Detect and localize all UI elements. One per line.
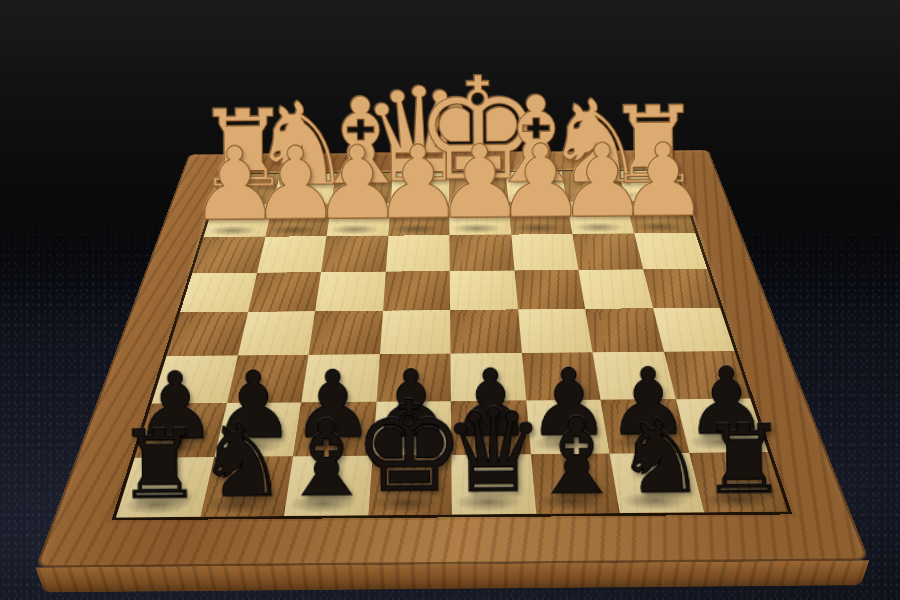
square-c5[interactable] xyxy=(309,311,383,355)
black-rook[interactable]: ♜ xyxy=(116,418,201,513)
chess-board: ♜♞♝♛♚♝♞♜♟♟♟♟♟♟♟♟♟♟♟♟♟♟♟♟♜♞♝♚♛♝♞♜ xyxy=(35,150,869,568)
square-f8[interactable]: ♝ xyxy=(530,453,619,514)
square-b4[interactable] xyxy=(248,272,321,312)
square-e5[interactable] xyxy=(450,309,521,353)
black-bishop[interactable]: ♝ xyxy=(529,403,624,509)
square-g4[interactable] xyxy=(578,269,652,309)
square-b3[interactable] xyxy=(257,236,327,272)
board-squares: ♜♞♝♛♚♝♞♜♟♟♟♟♟♟♟♟♟♟♟♟♟♟♟♟♜♞♝♚♛♝♞♜ xyxy=(116,171,788,518)
square-d5[interactable] xyxy=(379,310,450,354)
black-knight[interactable]: ♞ xyxy=(614,406,706,508)
square-f4[interactable] xyxy=(514,270,585,310)
white-pawn[interactable]: ♟ xyxy=(618,130,709,232)
square-e8[interactable]: ♛ xyxy=(451,454,535,515)
square-h3[interactable] xyxy=(634,233,707,269)
square-a5[interactable] xyxy=(167,312,248,356)
square-g3[interactable] xyxy=(572,234,642,270)
square-f5[interactable] xyxy=(518,309,593,353)
square-g8[interactable]: ♞ xyxy=(610,453,704,514)
square-a3[interactable] xyxy=(192,237,265,273)
square-c4[interactable] xyxy=(315,271,385,311)
board-frame: ♜♞♝♛♚♝♞♜♟♟♟♟♟♟♟♟♟♟♟♟♟♟♟♟♜♞♝♚♛♝♞♜ xyxy=(35,150,869,568)
square-h4[interactable] xyxy=(643,269,720,309)
square-e4[interactable] xyxy=(450,270,518,310)
square-h2[interactable]: ♟ xyxy=(626,200,696,233)
square-c3[interactable] xyxy=(321,236,388,272)
square-a4[interactable] xyxy=(180,272,257,312)
square-b5[interactable] xyxy=(238,311,316,355)
black-rook[interactable]: ♜ xyxy=(701,413,786,508)
square-f3[interactable] xyxy=(511,234,579,270)
black-knight[interactable]: ♞ xyxy=(196,410,288,512)
square-d4[interactable] xyxy=(383,271,450,311)
square-h5[interactable] xyxy=(653,308,735,352)
square-d8[interactable]: ♚ xyxy=(368,455,452,516)
square-d3[interactable] xyxy=(385,235,449,271)
square-e3[interactable] xyxy=(449,235,514,271)
square-g5[interactable] xyxy=(585,308,663,352)
square-h8[interactable]: ♜ xyxy=(689,452,788,513)
photo-scene: ♜♞♝♛♚♝♞♜♟♟♟♟♟♟♟♟♟♟♟♟♟♟♟♟♜♞♝♚♛♝♞♜ xyxy=(0,0,900,600)
board-perspective: ♜♞♝♛♚♝♞♜♟♟♟♟♟♟♟♟♟♟♟♟♟♟♟♟♜♞♝♚♛♝♞♜ xyxy=(0,0,900,600)
